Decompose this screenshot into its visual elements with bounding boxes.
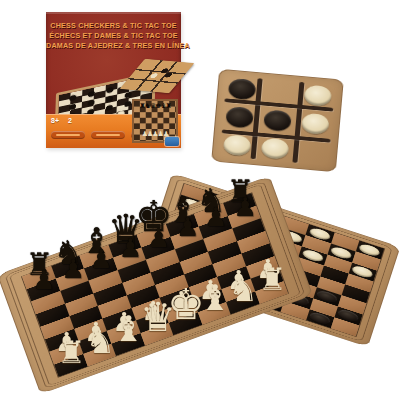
chess-board: ♜♞♝♛♚♝♞♜♟♟♟♟♟♟♟♟♟♟♟♟♟♟♟♟♜♞♝♛♚♝♞♜ bbox=[10, 140, 300, 399]
checker-disc-light bbox=[351, 264, 374, 279]
info-pill bbox=[91, 131, 125, 139]
chess-square: ♟ bbox=[141, 237, 174, 260]
chess-square: ♝ bbox=[79, 245, 112, 268]
checkers-square bbox=[352, 252, 381, 271]
tictactoe-cell bbox=[258, 105, 298, 136]
checkers-square bbox=[306, 309, 335, 328]
checker-disc-light bbox=[301, 248, 324, 263]
box-title-french: ÉCHECS ET DAMES & TIC TAC TOE bbox=[46, 31, 181, 41]
box-title-english: CHESS CHECKERS & TIC TAC TOE bbox=[46, 21, 181, 31]
tictactoe-disc-dark bbox=[263, 109, 292, 131]
tictactoe-disc-dark bbox=[228, 78, 257, 100]
info-pill bbox=[51, 131, 85, 139]
chess-square bbox=[31, 291, 64, 314]
chess-piece-black-pawn: ♟ bbox=[223, 194, 267, 220]
chess-piece-black-pawn: ♟ bbox=[79, 246, 123, 272]
box-art-tictactoe-board bbox=[119, 59, 194, 94]
chess-piece-black-pawn: ♟ bbox=[137, 225, 181, 251]
age-badge: 8+ bbox=[51, 117, 59, 124]
product-photo: CHESS CHECKERS & TIC TAC TOE ÉCHECS ET D… bbox=[0, 0, 399, 399]
chess-piece-black-pawn: ♟ bbox=[22, 267, 66, 293]
tictactoe-cell bbox=[220, 102, 260, 133]
chess-square: ♚ bbox=[137, 224, 170, 247]
chess-piece-black-bishop: ♝ bbox=[161, 193, 205, 228]
chess-piece-black-pawn: ♟ bbox=[165, 214, 209, 240]
chess-square bbox=[89, 270, 122, 293]
chess-square: ♜ bbox=[255, 281, 288, 304]
chess-piece-black-king: ♚ bbox=[132, 196, 176, 238]
chess-piece-black-pawn: ♟ bbox=[51, 256, 95, 282]
chess-square: ♞ bbox=[51, 256, 84, 279]
game-box: CHESS CHECKERS & TIC TAC TOE ÉCHECS ET D… bbox=[46, 12, 181, 148]
chess-square bbox=[232, 218, 265, 241]
chess-piece-black-pawn: ♟ bbox=[194, 204, 238, 230]
chess-square: ♜ bbox=[22, 266, 55, 289]
checkers-square bbox=[306, 224, 335, 243]
checkers-square bbox=[348, 262, 377, 281]
chess-square: ♛ bbox=[108, 235, 141, 258]
chess-piece-black-rook: ♜ bbox=[218, 176, 262, 207]
tictactoe-disc-light bbox=[303, 85, 332, 107]
chess-piece-white-rook: ♜ bbox=[250, 264, 294, 295]
checker-disc-light bbox=[308, 226, 331, 241]
chess-piece-black-rook: ♜ bbox=[18, 249, 62, 280]
chess-square: ♟ bbox=[199, 216, 232, 239]
checker-disc-dark bbox=[309, 311, 332, 326]
checker-disc-light bbox=[330, 245, 353, 260]
checkers-square bbox=[302, 235, 331, 254]
checkers-square bbox=[323, 254, 352, 273]
chess-square: ♟ bbox=[27, 279, 60, 302]
checkers-square bbox=[299, 246, 328, 265]
tictactoe-cell bbox=[295, 108, 335, 139]
box-titles: CHESS CHECKERS & TIC TAC TOE ÉCHECS ET D… bbox=[46, 21, 181, 51]
chess-square: ♟ bbox=[84, 258, 117, 281]
chess-board-surface: ♜♞♝♛♚♝♞♜♟♟♟♟♟♟♟♟♟♟♟♟♟♟♟♟♜♞♝♛♚♝♞♜ bbox=[0, 176, 313, 395]
checker-disc-light bbox=[358, 242, 381, 257]
tictactoe-cell bbox=[260, 77, 300, 108]
checkers-square bbox=[327, 243, 356, 262]
chess-piece-black-bishop: ♝ bbox=[75, 224, 119, 259]
chess-square: ♞ bbox=[194, 203, 227, 226]
tictactoe-cell bbox=[297, 80, 337, 111]
chess-piece-black-pawn: ♟ bbox=[108, 235, 152, 261]
tictactoe-cell bbox=[222, 74, 262, 105]
chess-square bbox=[146, 249, 179, 272]
box-title-spanish: DAMAS DE AJEDREZ & TRES EN LÍNEA bbox=[46, 41, 181, 51]
chess-square: ♟ bbox=[113, 247, 146, 270]
chess-square bbox=[236, 231, 269, 254]
chess-square: ♜ bbox=[223, 193, 256, 216]
chess-square: ♟ bbox=[55, 268, 88, 291]
chess-grid: ♜♞♝♛♚♝♞♜♟♟♟♟♟♟♟♟♟♟♟♟♟♟♟♟♜♞♝♛♚♝♞♜ bbox=[21, 192, 289, 377]
chess-square: ♟ bbox=[170, 226, 203, 249]
chess-square bbox=[175, 239, 208, 262]
chess-piece-black-knight: ♞ bbox=[190, 184, 234, 217]
checkers-square bbox=[320, 265, 349, 284]
chess-square: ♝ bbox=[165, 214, 198, 237]
tictactoe-disc-light bbox=[301, 113, 330, 135]
checkers-square bbox=[331, 232, 360, 251]
chess-square bbox=[60, 281, 93, 304]
tictactoe-disc-dark bbox=[226, 106, 255, 128]
chess-square bbox=[117, 260, 150, 283]
checkers-square bbox=[356, 241, 385, 260]
chess-piece-black-queen: ♛ bbox=[104, 209, 148, 249]
chess-piece-black-knight: ♞ bbox=[46, 237, 90, 270]
players-badge: 2 bbox=[68, 117, 72, 124]
chess-square: ♟ bbox=[227, 206, 260, 229]
chess-square bbox=[203, 229, 236, 252]
